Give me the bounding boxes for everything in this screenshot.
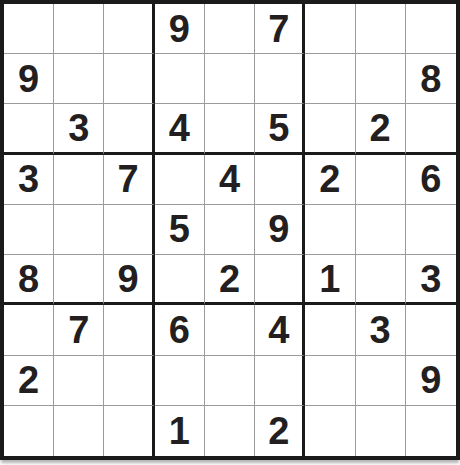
cell-r9c5-empty[interactable] bbox=[205, 406, 255, 456]
cell-r7c2-given[interactable]: 7 bbox=[54, 305, 104, 355]
cell-r2c3-empty[interactable] bbox=[104, 54, 154, 104]
cell-r5c4-given[interactable]: 5 bbox=[155, 205, 205, 255]
cell-r5c2-empty[interactable] bbox=[54, 205, 104, 255]
cell-r8c1-given[interactable]: 2 bbox=[4, 356, 54, 406]
cell-r6c2-empty[interactable] bbox=[54, 255, 104, 305]
cell-r9c8-empty[interactable] bbox=[356, 406, 406, 456]
cell-r3c9-empty[interactable] bbox=[406, 104, 456, 154]
cell-r2c6-empty[interactable] bbox=[255, 54, 305, 104]
cell-r9c9-empty[interactable] bbox=[406, 406, 456, 456]
cell-r7c1-empty[interactable] bbox=[4, 305, 54, 355]
cell-r4c3-given[interactable]: 7 bbox=[104, 155, 154, 205]
cell-r2c5-empty[interactable] bbox=[205, 54, 255, 104]
cell-r4c4-empty[interactable] bbox=[155, 155, 205, 205]
cell-r5c3-empty[interactable] bbox=[104, 205, 154, 255]
cell-r2c7-empty[interactable] bbox=[305, 54, 355, 104]
cell-r7c4-given[interactable]: 6 bbox=[155, 305, 205, 355]
cell-r2c2-empty[interactable] bbox=[54, 54, 104, 104]
cell-r4c6-empty[interactable] bbox=[255, 155, 305, 205]
cell-r9c4-given[interactable]: 1 bbox=[155, 406, 205, 456]
cell-r1c1-empty[interactable] bbox=[4, 4, 54, 54]
cell-r7c7-empty[interactable] bbox=[305, 305, 355, 355]
cell-r7c3-empty[interactable] bbox=[104, 305, 154, 355]
cell-r6c6-empty[interactable] bbox=[255, 255, 305, 305]
cell-r5c7-empty[interactable] bbox=[305, 205, 355, 255]
cell-r5c5-empty[interactable] bbox=[205, 205, 255, 255]
cell-r7c6-given[interactable]: 4 bbox=[255, 305, 305, 355]
cell-r4c1-given[interactable]: 3 bbox=[4, 155, 54, 205]
cell-r6c1-given[interactable]: 8 bbox=[4, 255, 54, 305]
cell-r8c5-empty[interactable] bbox=[205, 356, 255, 406]
cell-r8c6-empty[interactable] bbox=[255, 356, 305, 406]
cell-r4c9-given[interactable]: 6 bbox=[406, 155, 456, 205]
cell-r4c2-empty[interactable] bbox=[54, 155, 104, 205]
cell-r4c8-empty[interactable] bbox=[356, 155, 406, 205]
cell-r9c3-empty[interactable] bbox=[104, 406, 154, 456]
cell-r4c5-given[interactable]: 4 bbox=[205, 155, 255, 205]
cell-r6c4-empty[interactable] bbox=[155, 255, 205, 305]
cell-r5c8-empty[interactable] bbox=[356, 205, 406, 255]
cell-r5c6-given[interactable]: 9 bbox=[255, 205, 305, 255]
cell-r3c6-given[interactable]: 5 bbox=[255, 104, 305, 154]
cell-r6c3-given[interactable]: 9 bbox=[104, 255, 154, 305]
cell-r3c1-empty[interactable] bbox=[4, 104, 54, 154]
cell-r8c9-given[interactable]: 9 bbox=[406, 356, 456, 406]
cell-r9c7-empty[interactable] bbox=[305, 406, 355, 456]
cell-r9c6-given[interactable]: 2 bbox=[255, 406, 305, 456]
sudoku-board: 9798345237426598921376432912 bbox=[0, 0, 460, 460]
cell-r2c1-given[interactable]: 9 bbox=[4, 54, 54, 104]
cell-r1c3-empty[interactable] bbox=[104, 4, 154, 54]
cell-r3c3-empty[interactable] bbox=[104, 104, 154, 154]
cell-r1c5-empty[interactable] bbox=[205, 4, 255, 54]
cell-r7c9-empty[interactable] bbox=[406, 305, 456, 355]
cell-r1c8-empty[interactable] bbox=[356, 4, 406, 54]
cell-r2c4-empty[interactable] bbox=[155, 54, 205, 104]
cell-r5c9-empty[interactable] bbox=[406, 205, 456, 255]
cell-r1c6-given[interactable]: 7 bbox=[255, 4, 305, 54]
cell-r3c8-given[interactable]: 2 bbox=[356, 104, 406, 154]
cell-r3c7-empty[interactable] bbox=[305, 104, 355, 154]
cell-r4c7-given[interactable]: 2 bbox=[305, 155, 355, 205]
cell-r7c8-given[interactable]: 3 bbox=[356, 305, 406, 355]
cell-r2c8-empty[interactable] bbox=[356, 54, 406, 104]
cell-r3c4-given[interactable]: 4 bbox=[155, 104, 205, 154]
cell-r1c7-empty[interactable] bbox=[305, 4, 355, 54]
cell-r9c2-empty[interactable] bbox=[54, 406, 104, 456]
cell-r8c7-empty[interactable] bbox=[305, 356, 355, 406]
cell-r8c8-empty[interactable] bbox=[356, 356, 406, 406]
cell-r8c4-empty[interactable] bbox=[155, 356, 205, 406]
cell-r5c1-empty[interactable] bbox=[4, 205, 54, 255]
cell-r6c9-given[interactable]: 3 bbox=[406, 255, 456, 305]
cell-r8c2-empty[interactable] bbox=[54, 356, 104, 406]
cell-r1c2-empty[interactable] bbox=[54, 4, 104, 54]
cell-r9c1-empty[interactable] bbox=[4, 406, 54, 456]
cell-r7c5-empty[interactable] bbox=[205, 305, 255, 355]
cell-r3c5-empty[interactable] bbox=[205, 104, 255, 154]
cell-r6c8-empty[interactable] bbox=[356, 255, 406, 305]
cell-r1c4-given[interactable]: 9 bbox=[155, 4, 205, 54]
cell-r1c9-empty[interactable] bbox=[406, 4, 456, 54]
cell-r3c2-given[interactable]: 3 bbox=[54, 104, 104, 154]
cell-r2c9-given[interactable]: 8 bbox=[406, 54, 456, 104]
cell-r6c5-given[interactable]: 2 bbox=[205, 255, 255, 305]
cell-r8c3-empty[interactable] bbox=[104, 356, 154, 406]
sudoku-page: 9798345237426598921376432912 bbox=[0, 0, 460, 465]
cell-r6c7-given[interactable]: 1 bbox=[305, 255, 355, 305]
